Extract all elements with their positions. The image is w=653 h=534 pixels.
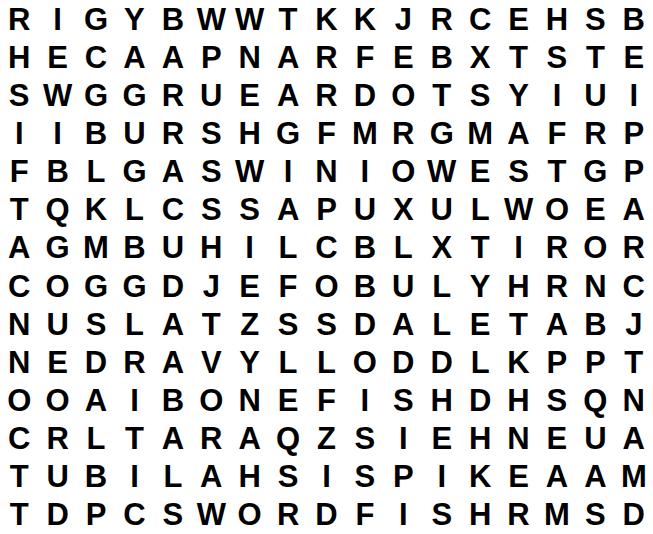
grid-cell[interactable]: I: [615, 76, 653, 114]
grid-cell[interactable]: L: [77, 420, 115, 458]
grid-cell[interactable]: S: [499, 153, 537, 191]
grid-cell[interactable]: G: [77, 267, 115, 305]
grid-cell[interactable]: M: [346, 114, 384, 152]
grid-cell[interactable]: L: [423, 267, 461, 305]
grid-cell[interactable]: M: [615, 458, 653, 496]
grid-cell[interactable]: E: [230, 76, 268, 114]
grid-cell[interactable]: E: [576, 191, 614, 229]
grid-cell[interactable]: K: [307, 0, 345, 38]
grid-cell[interactable]: E: [269, 381, 307, 419]
grid-cell[interactable]: B: [115, 229, 153, 267]
grid-cell[interactable]: B: [423, 38, 461, 76]
grid-cell[interactable]: A: [0, 229, 38, 267]
word-search-grid: RIGYBWWTKKJRCEHSBHECAAPNARFEBXTSTESWGGRU…: [0, 0, 653, 534]
grid-cell[interactable]: T: [576, 38, 614, 76]
grid-cell[interactable]: P: [77, 496, 115, 534]
grid-cell[interactable]: J: [615, 305, 653, 343]
grid-cell[interactable]: J: [384, 0, 422, 38]
grid-cell[interactable]: S: [77, 305, 115, 343]
grid-cell[interactable]: A: [538, 305, 576, 343]
grid-cell[interactable]: U: [346, 191, 384, 229]
grid-cell[interactable]: N: [230, 38, 268, 76]
grid-cell[interactable]: U: [115, 114, 153, 152]
grid-cell[interactable]: S: [384, 381, 422, 419]
grid-cell[interactable]: U: [154, 229, 192, 267]
grid-cell[interactable]: O: [38, 267, 76, 305]
grid-cell[interactable]: L: [154, 458, 192, 496]
grid-cell[interactable]: R: [307, 38, 345, 76]
grid-cell[interactable]: Q: [38, 191, 76, 229]
grid-cell[interactable]: G: [77, 0, 115, 38]
grid-cell[interactable]: C: [0, 420, 38, 458]
grid-cell[interactable]: T: [0, 458, 38, 496]
grid-cell[interactable]: E: [230, 267, 268, 305]
grid-cell[interactable]: E: [384, 38, 422, 76]
grid-cell[interactable]: H: [192, 229, 230, 267]
grid-cell[interactable]: I: [0, 114, 38, 152]
grid-cell[interactable]: S: [154, 496, 192, 534]
grid-cell[interactable]: R: [615, 229, 653, 267]
grid-cell[interactable]: O: [538, 191, 576, 229]
grid-cell[interactable]: R: [538, 229, 576, 267]
grid-cell[interactable]: I: [499, 229, 537, 267]
grid-cell[interactable]: C: [461, 0, 499, 38]
grid-cell[interactable]: E: [38, 343, 76, 381]
grid-cell[interactable]: Y: [461, 267, 499, 305]
grid-cell[interactable]: F: [307, 114, 345, 152]
grid-cell[interactable]: T: [192, 305, 230, 343]
grid-cell[interactable]: H: [0, 38, 38, 76]
grid-cell[interactable]: F: [307, 381, 345, 419]
grid-cell[interactable]: I: [307, 458, 345, 496]
grid-cell[interactable]: B: [615, 0, 653, 38]
grid-cell[interactable]: Z: [307, 420, 345, 458]
grid-cell[interactable]: P: [576, 343, 614, 381]
grid-cell[interactable]: Y: [499, 76, 537, 114]
grid-cell[interactable]: L: [269, 343, 307, 381]
grid-cell[interactable]: G: [423, 114, 461, 152]
grid-cell[interactable]: G: [115, 76, 153, 114]
grid-cell[interactable]: R: [384, 114, 422, 152]
grid-cell[interactable]: X: [423, 229, 461, 267]
grid-cell[interactable]: C: [115, 496, 153, 534]
grid-cell[interactable]: C: [77, 38, 115, 76]
grid-cell[interactable]: O: [576, 229, 614, 267]
grid-cell[interactable]: T: [461, 229, 499, 267]
grid-cell[interactable]: H: [499, 381, 537, 419]
grid-cell[interactable]: I: [269, 153, 307, 191]
grid-cell[interactable]: E: [461, 153, 499, 191]
grid-cell[interactable]: R: [154, 76, 192, 114]
grid-cell[interactable]: S: [423, 496, 461, 534]
grid-cell[interactable]: F: [346, 496, 384, 534]
grid-cell[interactable]: K: [77, 191, 115, 229]
grid-cell[interactable]: O: [384, 153, 422, 191]
grid-cell[interactable]: N: [0, 305, 38, 343]
grid-cell[interactable]: R: [154, 114, 192, 152]
grid-cell[interactable]: L: [115, 191, 153, 229]
grid-cell[interactable]: I: [38, 0, 76, 38]
grid-cell[interactable]: J: [192, 267, 230, 305]
grid-cell[interactable]: K: [499, 343, 537, 381]
grid-cell[interactable]: L: [307, 343, 345, 381]
grid-cell[interactable]: L: [115, 305, 153, 343]
grid-cell[interactable]: D: [346, 305, 384, 343]
grid-cell[interactable]: B: [77, 114, 115, 152]
grid-cell[interactable]: E: [499, 0, 537, 38]
grid-cell[interactable]: A: [154, 305, 192, 343]
grid-cell[interactable]: B: [77, 458, 115, 496]
grid-cell[interactable]: U: [384, 267, 422, 305]
grid-cell[interactable]: I: [115, 381, 153, 419]
grid-cell[interactable]: D: [307, 496, 345, 534]
grid-cell[interactable]: R: [538, 267, 576, 305]
grid-cell[interactable]: T: [615, 343, 653, 381]
grid-cell[interactable]: T: [499, 305, 537, 343]
grid-cell[interactable]: S: [269, 458, 307, 496]
grid-cell[interactable]: R: [115, 343, 153, 381]
grid-cell[interactable]: I: [384, 496, 422, 534]
grid-cell[interactable]: A: [230, 420, 268, 458]
grid-cell[interactable]: O: [384, 76, 422, 114]
grid-cell[interactable]: W: [192, 0, 230, 38]
grid-cell[interactable]: R: [423, 0, 461, 38]
grid-cell[interactable]: D: [346, 76, 384, 114]
grid-cell[interactable]: A: [154, 38, 192, 76]
grid-cell[interactable]: S: [461, 76, 499, 114]
grid-cell[interactable]: T: [0, 191, 38, 229]
grid-cell[interactable]: S: [576, 496, 614, 534]
grid-cell[interactable]: M: [77, 229, 115, 267]
grid-cell[interactable]: T: [115, 420, 153, 458]
grid-cell[interactable]: S: [538, 38, 576, 76]
grid-cell[interactable]: G: [115, 153, 153, 191]
grid-cell[interactable]: U: [576, 420, 614, 458]
grid-cell[interactable]: T: [269, 0, 307, 38]
grid-cell[interactable]: A: [154, 420, 192, 458]
grid-cell[interactable]: Y: [230, 343, 268, 381]
grid-cell[interactable]: A: [269, 191, 307, 229]
grid-cell[interactable]: O: [307, 267, 345, 305]
grid-cell[interactable]: W: [499, 191, 537, 229]
grid-cell[interactable]: H: [499, 267, 537, 305]
grid-cell[interactable]: S: [538, 381, 576, 419]
grid-cell[interactable]: P: [384, 458, 422, 496]
grid-cell[interactable]: S: [269, 305, 307, 343]
grid-cell[interactable]: R: [269, 496, 307, 534]
grid-cell[interactable]: B: [346, 229, 384, 267]
grid-cell[interactable]: W: [230, 0, 268, 38]
grid-cell[interactable]: P: [192, 38, 230, 76]
grid-cell[interactable]: A: [576, 458, 614, 496]
grid-cell[interactable]: H: [461, 496, 499, 534]
grid-cell[interactable]: M: [538, 496, 576, 534]
grid-cell[interactable]: G: [269, 114, 307, 152]
grid-cell[interactable]: P: [615, 114, 653, 152]
grid-cell[interactable]: C: [615, 267, 653, 305]
grid-cell[interactable]: C: [154, 191, 192, 229]
grid-cell[interactable]: U: [38, 305, 76, 343]
grid-cell[interactable]: S: [192, 153, 230, 191]
grid-cell[interactable]: A: [384, 305, 422, 343]
grid-cell[interactable]: Y: [115, 0, 153, 38]
grid-cell[interactable]: A: [154, 343, 192, 381]
grid-cell[interactable]: L: [384, 229, 422, 267]
grid-cell[interactable]: F: [0, 153, 38, 191]
grid-cell[interactable]: W: [230, 153, 268, 191]
grid-cell[interactable]: R: [576, 114, 614, 152]
grid-cell[interactable]: I: [346, 381, 384, 419]
grid-cell[interactable]: T: [538, 153, 576, 191]
grid-cell[interactable]: U: [192, 76, 230, 114]
grid-cell[interactable]: A: [499, 114, 537, 152]
grid-cell[interactable]: E: [423, 420, 461, 458]
grid-cell[interactable]: E: [538, 420, 576, 458]
grid-cell[interactable]: L: [77, 153, 115, 191]
grid-cell[interactable]: K: [461, 458, 499, 496]
grid-cell[interactable]: E: [38, 38, 76, 76]
grid-cell[interactable]: R: [0, 0, 38, 38]
grid-cell[interactable]: U: [576, 76, 614, 114]
grid-cell[interactable]: N: [615, 381, 653, 419]
grid-cell[interactable]: A: [77, 381, 115, 419]
grid-cell[interactable]: A: [538, 458, 576, 496]
grid-cell[interactable]: W: [423, 153, 461, 191]
grid-cell[interactable]: B: [576, 305, 614, 343]
grid-cell[interactable]: W: [192, 496, 230, 534]
grid-cell[interactable]: X: [461, 38, 499, 76]
grid-cell[interactable]: X: [384, 191, 422, 229]
grid-cell[interactable]: N: [576, 267, 614, 305]
grid-cell[interactable]: L: [269, 229, 307, 267]
grid-cell[interactable]: A: [269, 76, 307, 114]
grid-cell[interactable]: P: [538, 343, 576, 381]
grid-cell[interactable]: S: [192, 191, 230, 229]
grid-cell[interactable]: P: [615, 153, 653, 191]
grid-cell[interactable]: R: [307, 76, 345, 114]
grid-cell[interactable]: T: [0, 496, 38, 534]
grid-cell[interactable]: H: [423, 381, 461, 419]
grid-cell[interactable]: U: [423, 191, 461, 229]
grid-cell[interactable]: H: [230, 114, 268, 152]
grid-cell[interactable]: D: [423, 343, 461, 381]
grid-cell[interactable]: N: [230, 381, 268, 419]
grid-cell[interactable]: A: [115, 38, 153, 76]
grid-cell[interactable]: O: [192, 381, 230, 419]
grid-cell[interactable]: B: [38, 153, 76, 191]
grid-cell[interactable]: A: [269, 38, 307, 76]
grid-cell[interactable]: N: [307, 153, 345, 191]
grid-cell[interactable]: I: [384, 420, 422, 458]
grid-cell[interactable]: T: [423, 76, 461, 114]
grid-cell[interactable]: R: [38, 420, 76, 458]
grid-cell[interactable]: G: [38, 229, 76, 267]
grid-cell[interactable]: C: [0, 267, 38, 305]
grid-cell[interactable]: N: [499, 420, 537, 458]
grid-cell[interactable]: T: [499, 38, 537, 76]
grid-cell[interactable]: D: [384, 343, 422, 381]
grid-cell[interactable]: R: [192, 420, 230, 458]
grid-cell[interactable]: M: [461, 114, 499, 152]
grid-cell[interactable]: H: [230, 458, 268, 496]
grid-cell[interactable]: H: [538, 0, 576, 38]
grid-cell[interactable]: F: [346, 38, 384, 76]
grid-cell[interactable]: S: [0, 76, 38, 114]
grid-cell[interactable]: S: [192, 114, 230, 152]
grid-cell[interactable]: L: [461, 343, 499, 381]
grid-cell[interactable]: B: [154, 381, 192, 419]
grid-cell[interactable]: I: [346, 153, 384, 191]
grid-cell[interactable]: G: [115, 267, 153, 305]
grid-cell[interactable]: G: [576, 153, 614, 191]
grid-cell[interactable]: W: [38, 76, 76, 114]
grid-cell[interactable]: S: [230, 191, 268, 229]
grid-cell[interactable]: I: [538, 76, 576, 114]
grid-cell[interactable]: H: [461, 420, 499, 458]
grid-cell[interactable]: S: [346, 420, 384, 458]
grid-cell[interactable]: Q: [269, 420, 307, 458]
grid-cell[interactable]: B: [154, 0, 192, 38]
grid-cell[interactable]: L: [423, 305, 461, 343]
grid-cell[interactable]: E: [615, 38, 653, 76]
grid-cell[interactable]: G: [77, 76, 115, 114]
grid-cell[interactable]: O: [346, 343, 384, 381]
grid-cell[interactable]: A: [192, 458, 230, 496]
grid-cell[interactable]: F: [269, 267, 307, 305]
grid-cell[interactable]: F: [538, 114, 576, 152]
grid-cell[interactable]: A: [154, 153, 192, 191]
grid-cell[interactable]: I: [38, 114, 76, 152]
grid-cell[interactable]: U: [38, 458, 76, 496]
grid-cell[interactable]: C: [307, 229, 345, 267]
grid-cell[interactable]: R: [499, 496, 537, 534]
grid-cell[interactable]: P: [307, 191, 345, 229]
grid-cell[interactable]: O: [0, 381, 38, 419]
grid-cell[interactable]: A: [615, 191, 653, 229]
grid-cell[interactable]: D: [38, 496, 76, 534]
grid-cell[interactable]: N: [0, 343, 38, 381]
grid-cell[interactable]: B: [346, 267, 384, 305]
grid-cell[interactable]: O: [38, 381, 76, 419]
grid-cell[interactable]: O: [230, 496, 268, 534]
grid-cell[interactable]: V: [192, 343, 230, 381]
grid-cell[interactable]: I: [115, 458, 153, 496]
grid-cell[interactable]: D: [615, 496, 653, 534]
grid-cell[interactable]: D: [77, 343, 115, 381]
grid-cell[interactable]: S: [346, 458, 384, 496]
grid-cell[interactable]: I: [423, 458, 461, 496]
grid-cell[interactable]: I: [230, 229, 268, 267]
grid-cell[interactable]: K: [346, 0, 384, 38]
grid-cell[interactable]: E: [461, 305, 499, 343]
grid-cell[interactable]: L: [461, 191, 499, 229]
grid-cell[interactable]: A: [615, 420, 653, 458]
grid-cell[interactable]: Q: [576, 381, 614, 419]
grid-cell[interactable]: E: [499, 458, 537, 496]
grid-cell[interactable]: S: [307, 305, 345, 343]
grid-cell[interactable]: D: [461, 381, 499, 419]
grid-cell[interactable]: D: [154, 267, 192, 305]
grid-cell[interactable]: S: [576, 0, 614, 38]
grid-cell[interactable]: Z: [230, 305, 268, 343]
